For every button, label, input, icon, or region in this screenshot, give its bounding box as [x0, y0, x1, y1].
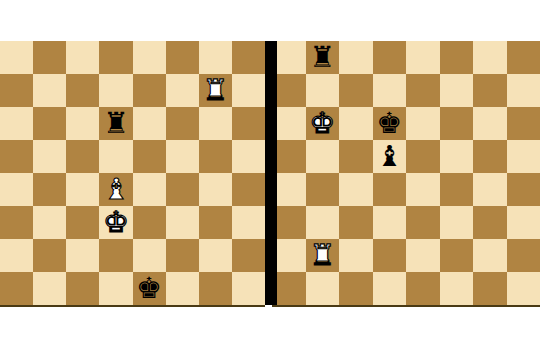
square-h8: [507, 41, 540, 74]
square-h6: [507, 107, 540, 140]
square-e3: [406, 206, 440, 239]
square-g4: [473, 173, 507, 206]
square-d4: ♝: [99, 173, 132, 206]
square-a5: [0, 140, 33, 173]
square-h5: [507, 140, 540, 173]
square-d7: [99, 74, 132, 107]
square-h6: [232, 107, 265, 140]
square-d2: [373, 239, 407, 272]
square-h5: [232, 140, 265, 173]
square-b4: [33, 173, 66, 206]
square-a4: [0, 173, 33, 206]
board-divider: [265, 41, 277, 305]
square-c5: [339, 140, 373, 173]
square-b5: [306, 140, 340, 173]
square-b6: [33, 107, 66, 140]
square-e1: [406, 272, 440, 305]
square-d7: [373, 74, 407, 107]
square-d3: ♚: [99, 206, 132, 239]
square-g6: [473, 107, 507, 140]
square-f3: [440, 206, 474, 239]
square-d8: [373, 41, 407, 74]
square-f6: [166, 107, 199, 140]
square-b2: [33, 239, 66, 272]
square-g4: [199, 173, 232, 206]
square-g6: [199, 107, 232, 140]
square-a2: [0, 239, 33, 272]
square-b3: [306, 206, 340, 239]
square-g8: [199, 41, 232, 74]
square-g3: [199, 206, 232, 239]
square-d1: [373, 272, 407, 305]
square-a8: [0, 41, 33, 74]
square-d2: [99, 239, 132, 272]
square-e7: [133, 74, 166, 107]
square-c3: [339, 206, 373, 239]
square-a7: [0, 74, 33, 107]
square-f3: [166, 206, 199, 239]
square-e8: [406, 41, 440, 74]
square-e6: [406, 107, 440, 140]
square-f1: [166, 272, 199, 305]
square-a1: [272, 272, 306, 305]
square-h8: [232, 41, 265, 74]
square-a6: [0, 107, 33, 140]
square-g1: [473, 272, 507, 305]
square-c3: [66, 206, 99, 239]
square-e1: ♚: [133, 272, 166, 305]
square-h2: [507, 239, 540, 272]
square-d5: [99, 140, 132, 173]
square-c6: [66, 107, 99, 140]
square-b1: [306, 272, 340, 305]
square-c8: [66, 41, 99, 74]
square-e7: [406, 74, 440, 107]
right-chess-board: ♜♚♚♝♜: [272, 41, 540, 305]
black-king-piece: ♚: [136, 274, 162, 303]
square-e8: [133, 41, 166, 74]
square-g2: [473, 239, 507, 272]
black-king-piece: ♚: [376, 109, 402, 138]
square-b7: [33, 74, 66, 107]
square-c4: [339, 173, 373, 206]
square-h3: [232, 206, 265, 239]
square-g8: [473, 41, 507, 74]
square-f6: [440, 107, 474, 140]
square-e2: [406, 239, 440, 272]
white-rook-piece: ♜: [309, 241, 335, 270]
square-f7: [166, 74, 199, 107]
square-a2: [272, 239, 306, 272]
square-h3: [507, 206, 540, 239]
square-f7: [440, 74, 474, 107]
square-d5: ♝: [373, 140, 407, 173]
square-e6: [133, 107, 166, 140]
square-a6: [272, 107, 306, 140]
square-a3: [0, 206, 33, 239]
square-c2: [66, 239, 99, 272]
square-g3: [473, 206, 507, 239]
square-g5: [199, 140, 232, 173]
square-b4: [306, 173, 340, 206]
left-chess-board: ♜♜♝♚♚: [0, 41, 265, 305]
white-king-piece: ♚: [309, 109, 335, 138]
square-e3: [133, 206, 166, 239]
square-b2: ♜: [306, 239, 340, 272]
black-rook-piece: ♜: [103, 109, 129, 138]
white-bishop-piece: ♝: [103, 175, 129, 204]
black-rook-piece: ♜: [309, 43, 335, 72]
square-h1: [507, 272, 540, 305]
white-king-piece: ♚: [103, 208, 129, 237]
square-f5: [440, 140, 474, 173]
square-b7: [306, 74, 340, 107]
square-d8: [99, 41, 132, 74]
square-a8: [272, 41, 306, 74]
square-g1: [199, 272, 232, 305]
square-h7: [507, 74, 540, 107]
square-h2: [232, 239, 265, 272]
square-e5: [133, 140, 166, 173]
square-c8: [339, 41, 373, 74]
square-d6: ♚: [373, 107, 407, 140]
square-a5: [272, 140, 306, 173]
black-bishop-piece: ♝: [376, 142, 402, 171]
square-d1: [99, 272, 132, 305]
square-f5: [166, 140, 199, 173]
square-a4: [272, 173, 306, 206]
square-g5: [473, 140, 507, 173]
square-h4: [507, 173, 540, 206]
square-b5: [33, 140, 66, 173]
square-b6: ♚: [306, 107, 340, 140]
diagram-pair: ♜♜♝♚♚ ♜♚♚♝♜: [0, 0, 540, 360]
white-rook-piece: ♜: [202, 76, 228, 105]
square-c7: [339, 74, 373, 107]
square-f8: [166, 41, 199, 74]
square-f2: [166, 239, 199, 272]
square-a1: [0, 272, 33, 305]
square-d6: ♜: [99, 107, 132, 140]
square-h1: [232, 272, 265, 305]
square-h4: [232, 173, 265, 206]
square-f1: [440, 272, 474, 305]
square-d4: [373, 173, 407, 206]
square-b8: [33, 41, 66, 74]
square-d3: [373, 206, 407, 239]
square-g2: [199, 239, 232, 272]
square-e2: [133, 239, 166, 272]
square-c6: [339, 107, 373, 140]
square-f8: [440, 41, 474, 74]
square-e4: [133, 173, 166, 206]
square-e5: [406, 140, 440, 173]
square-b3: [33, 206, 66, 239]
square-g7: [473, 74, 507, 107]
square-c5: [66, 140, 99, 173]
square-f4: [440, 173, 474, 206]
square-f2: [440, 239, 474, 272]
square-a7: [272, 74, 306, 107]
square-c1: [339, 272, 373, 305]
square-a3: [272, 206, 306, 239]
page: { "game": "chess", "description": "Two c…: [0, 0, 540, 360]
square-h7: [232, 74, 265, 107]
square-b8: ♜: [306, 41, 340, 74]
square-c1: [66, 272, 99, 305]
square-f4: [166, 173, 199, 206]
square-c2: [339, 239, 373, 272]
square-c7: [66, 74, 99, 107]
square-c4: [66, 173, 99, 206]
square-e4: [406, 173, 440, 206]
square-g7: ♜: [199, 74, 232, 107]
square-b1: [33, 272, 66, 305]
